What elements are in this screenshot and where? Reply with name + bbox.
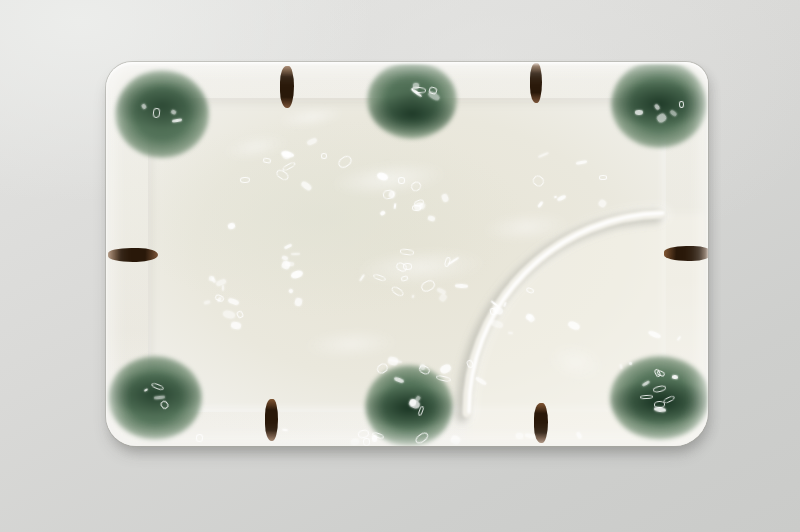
- sauce-compartment: [467, 214, 708, 446]
- photo-canvas: [0, 0, 800, 532]
- divider-overlay: [106, 62, 708, 446]
- ceramic-plate: [106, 62, 708, 446]
